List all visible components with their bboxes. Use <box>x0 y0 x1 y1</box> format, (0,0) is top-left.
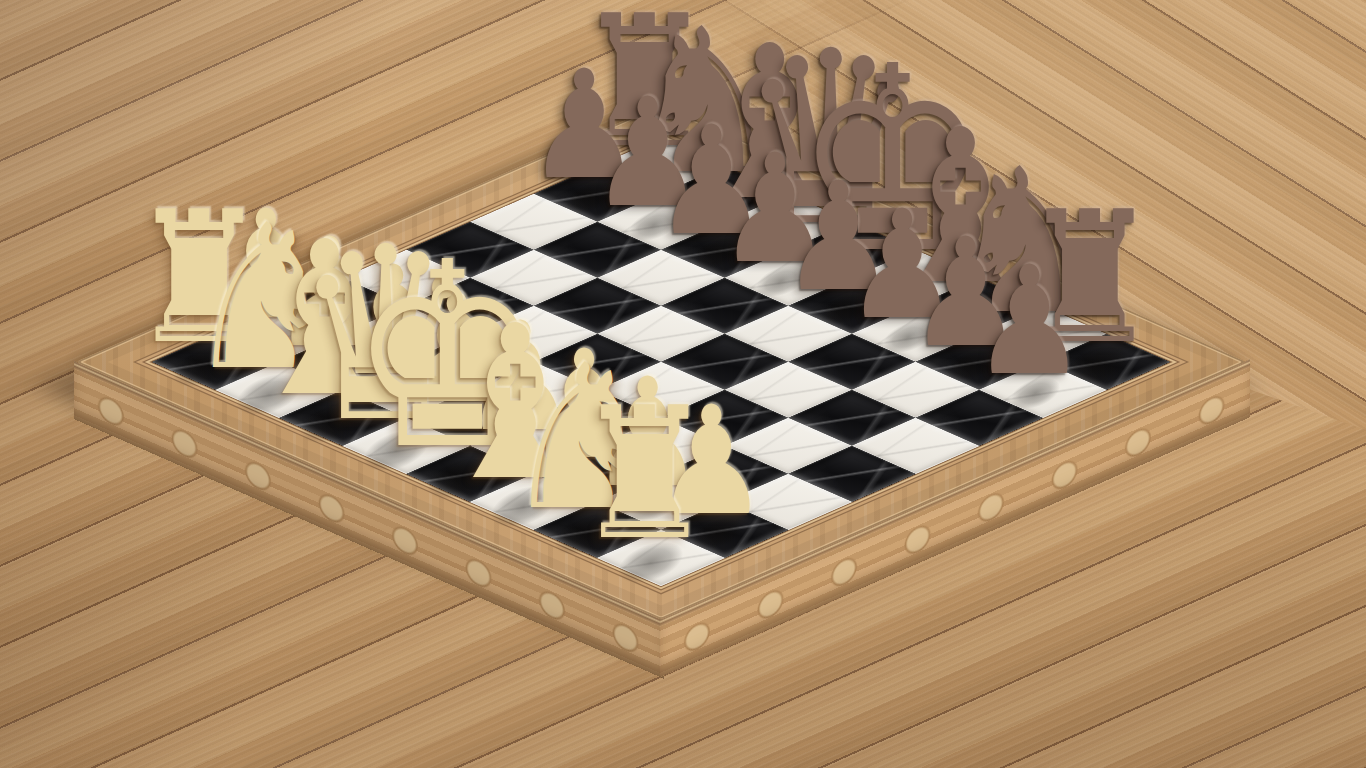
scene: ♜♞♝♛♚♝♞♜♟♟♟♟♟♟♟♟♟♟♟♟♟♟♟♟♜♞♝♛♚♝♞♜ <box>0 0 1366 768</box>
square-h1[interactable]: ♜ <box>597 530 724 586</box>
white-rook-h1[interactable]: ♜ <box>413 383 877 565</box>
